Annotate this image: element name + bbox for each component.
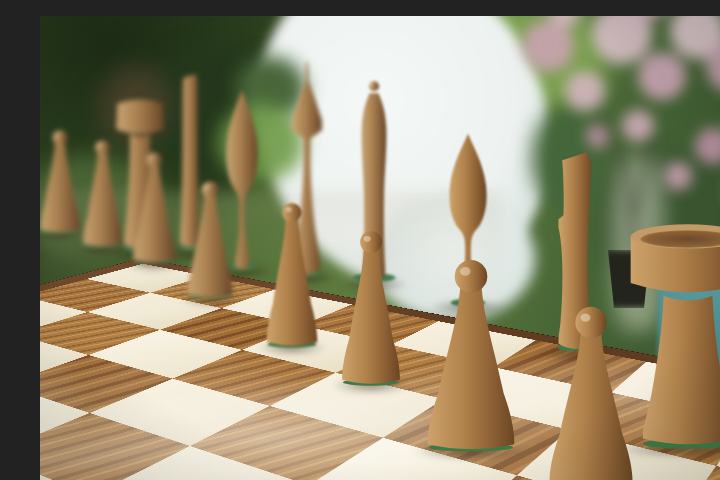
piece-black-pawn-h7: [545, 303, 637, 480]
pieces-layer: [40, 16, 720, 480]
pawn-icon: [339, 228, 403, 386]
piece-black-pawn-f7: [339, 228, 403, 386]
pawn-icon: [423, 256, 519, 452]
piece-black-pawn-g7: [423, 256, 519, 452]
pawn-icon: [131, 150, 177, 264]
piece-black-pawn-a7: [40, 128, 82, 234]
pawn-icon: [40, 128, 82, 234]
piece-black-pawn-d7: [185, 179, 235, 299]
chess-set-photo: Minimalist modern turned-wood chess piec…: [40, 16, 720, 480]
piece-black-rook-h8: [627, 218, 720, 450]
pawn-icon: [545, 303, 637, 480]
piece-black-pawn-e7: [264, 200, 320, 348]
pawn-icon: [264, 200, 320, 348]
piece-black-pawn-c7: [131, 150, 177, 264]
pawn-icon: [185, 179, 235, 299]
rook-icon: [627, 218, 720, 450]
